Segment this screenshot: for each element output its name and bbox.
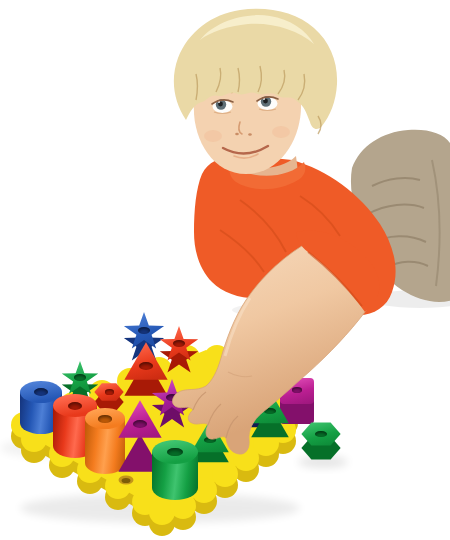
photo-stage: [0, 0, 450, 540]
boy-arm-hand: [0, 0, 450, 540]
